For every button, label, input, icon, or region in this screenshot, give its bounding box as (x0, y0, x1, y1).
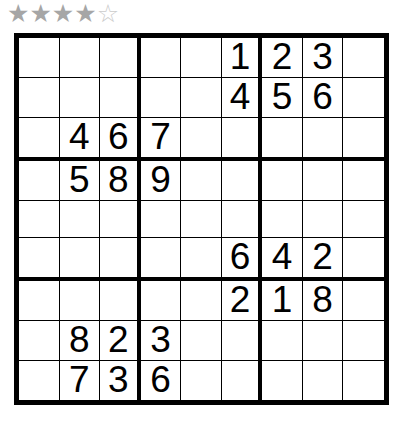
cell-r2c2[interactable] (60, 78, 101, 118)
cell-r7c9[interactable] (343, 281, 384, 321)
cell-r8c9[interactable] (343, 321, 384, 361)
cell-r7c1[interactable] (19, 281, 60, 321)
cell-r4c9[interactable] (343, 161, 384, 201)
cell-r6c7[interactable]: 4 (262, 238, 303, 281)
cell-r3c2[interactable]: 4 (60, 118, 101, 161)
cell-r8c4[interactable]: 3 (141, 321, 182, 361)
cell-r4c1[interactable] (19, 161, 60, 201)
cell-r5c1[interactable] (19, 201, 60, 238)
cell-r5c5[interactable] (181, 201, 222, 238)
cell-r3c5[interactable] (181, 118, 222, 161)
cell-r7c3[interactable] (100, 281, 141, 321)
cell-r9c3[interactable]: 3 (100, 361, 141, 400)
cell-r8c7[interactable] (262, 321, 303, 361)
star-filled-icon: ★ (74, 0, 96, 27)
cell-r6c1[interactable] (19, 238, 60, 281)
cell-r1c2[interactable] (60, 38, 101, 78)
cell-r5c2[interactable] (60, 201, 101, 238)
cell-r5c3[interactable] (100, 201, 141, 238)
cell-r2c8[interactable]: 6 (303, 78, 344, 118)
cell-r2c9[interactable] (343, 78, 384, 118)
cell-r8c5[interactable] (181, 321, 222, 361)
cell-r1c3[interactable] (100, 38, 141, 78)
cell-r9c6[interactable] (222, 361, 263, 400)
cell-r2c1[interactable] (19, 78, 60, 118)
cell-r9c5[interactable] (181, 361, 222, 400)
cell-r1c1[interactable] (19, 38, 60, 78)
cell-r7c6[interactable]: 2 (222, 281, 263, 321)
sudoku-board: 123456467589642218823736 (14, 33, 389, 405)
sudoku-page: ★★★★☆ 123456467589642218823736 (0, 0, 404, 421)
cell-r7c5[interactable] (181, 281, 222, 321)
cell-r2c5[interactable] (181, 78, 222, 118)
cell-r4c6[interactable] (222, 161, 263, 201)
cell-r5c8[interactable] (303, 201, 344, 238)
star-empty-icon: ☆ (97, 0, 119, 27)
cell-r1c8[interactable]: 3 (303, 38, 344, 78)
cell-r9c2[interactable]: 7 (60, 361, 101, 400)
cell-r6c3[interactable] (100, 238, 141, 281)
cell-r9c7[interactable] (262, 361, 303, 400)
cell-r6c4[interactable] (141, 238, 182, 281)
cell-r2c3[interactable] (100, 78, 141, 118)
star-filled-icon: ★ (29, 0, 51, 27)
cell-r7c2[interactable] (60, 281, 101, 321)
cell-r3c7[interactable] (262, 118, 303, 161)
cell-r3c8[interactable] (303, 118, 344, 161)
cell-r4c8[interactable] (303, 161, 344, 201)
cell-r8c1[interactable] (19, 321, 60, 361)
star-filled-icon: ★ (7, 0, 29, 27)
cell-r9c9[interactable] (343, 361, 384, 400)
cell-r6c5[interactable] (181, 238, 222, 281)
cell-r1c5[interactable] (181, 38, 222, 78)
cell-r1c9[interactable] (343, 38, 384, 78)
cell-r8c8[interactable] (303, 321, 344, 361)
cell-r2c7[interactable]: 5 (262, 78, 303, 118)
cell-r8c6[interactable] (222, 321, 263, 361)
cell-r5c7[interactable] (262, 201, 303, 238)
cell-r1c4[interactable] (141, 38, 182, 78)
cell-r8c3[interactable]: 2 (100, 321, 141, 361)
cell-r1c7[interactable]: 2 (262, 38, 303, 78)
cell-r5c9[interactable] (343, 201, 384, 238)
cell-r5c6[interactable] (222, 201, 263, 238)
cell-r7c7[interactable]: 1 (262, 281, 303, 321)
cell-r6c6[interactable]: 6 (222, 238, 263, 281)
cell-r6c8[interactable]: 2 (303, 238, 344, 281)
cell-r4c2[interactable]: 5 (60, 161, 101, 201)
cell-r5c4[interactable] (141, 201, 182, 238)
cell-r3c3[interactable]: 6 (100, 118, 141, 161)
cell-r3c9[interactable] (343, 118, 384, 161)
cell-r2c6[interactable]: 4 (222, 78, 263, 118)
cell-r6c9[interactable] (343, 238, 384, 281)
cell-r4c3[interactable]: 8 (100, 161, 141, 201)
star-filled-icon: ★ (52, 0, 74, 27)
cell-r3c4[interactable]: 7 (141, 118, 182, 161)
cell-r4c7[interactable] (262, 161, 303, 201)
cell-r6c2[interactable] (60, 238, 101, 281)
cell-r4c5[interactable] (181, 161, 222, 201)
cell-r3c6[interactable] (222, 118, 263, 161)
cell-r8c2[interactable]: 8 (60, 321, 101, 361)
cell-r9c4[interactable]: 6 (141, 361, 182, 400)
cell-r7c8[interactable]: 8 (303, 281, 344, 321)
cell-r9c1[interactable] (19, 361, 60, 400)
cell-r1c6[interactable]: 1 (222, 38, 263, 78)
cell-r7c4[interactable] (141, 281, 182, 321)
cell-r4c4[interactable]: 9 (141, 161, 182, 201)
cell-r2c4[interactable] (141, 78, 182, 118)
difficulty-rating: ★★★★☆ (7, 0, 119, 28)
cell-r9c8[interactable] (303, 361, 344, 400)
cell-r3c1[interactable] (19, 118, 60, 161)
